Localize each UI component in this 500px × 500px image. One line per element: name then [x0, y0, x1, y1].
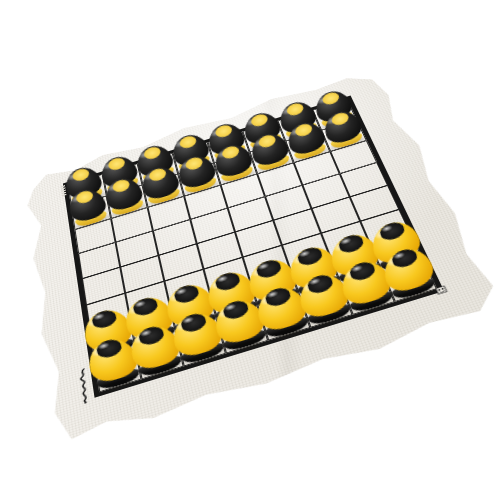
- square-d5[interactable]: [190, 208, 235, 244]
- board-scene: [63, 96, 444, 398]
